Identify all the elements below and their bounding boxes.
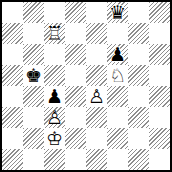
square-f1[interactable] bbox=[107, 149, 128, 170]
square-h2[interactable] bbox=[149, 128, 170, 149]
square-d3[interactable] bbox=[65, 107, 86, 128]
square-c7[interactable]: ♜♖ bbox=[44, 23, 65, 44]
square-g6[interactable] bbox=[128, 44, 149, 65]
square-b5[interactable]: ♚ bbox=[23, 65, 44, 86]
square-f7[interactable] bbox=[107, 23, 128, 44]
white-rook-piece[interactable]: ♜♖ bbox=[44, 23, 65, 44]
chess-diagram: ♛♜♖♟♚♞♘♟♟♙♟♙♚♔ bbox=[0, 0, 172, 172]
square-e8[interactable] bbox=[86, 2, 107, 23]
square-c2[interactable]: ♚♔ bbox=[44, 128, 65, 149]
square-d4[interactable] bbox=[65, 86, 86, 107]
square-e4[interactable]: ♟♙ bbox=[86, 86, 107, 107]
square-h3[interactable] bbox=[149, 107, 170, 128]
square-d8[interactable] bbox=[65, 2, 86, 23]
square-b7[interactable] bbox=[23, 23, 44, 44]
square-a1[interactable] bbox=[2, 149, 23, 170]
black-pawn-piece[interactable]: ♟ bbox=[107, 44, 128, 65]
square-d1[interactable] bbox=[65, 149, 86, 170]
square-g7[interactable] bbox=[128, 23, 149, 44]
white-knight-piece[interactable]: ♞♘ bbox=[107, 65, 128, 86]
square-e3[interactable] bbox=[86, 107, 107, 128]
square-f4[interactable] bbox=[107, 86, 128, 107]
square-e6[interactable] bbox=[86, 44, 107, 65]
square-h7[interactable] bbox=[149, 23, 170, 44]
white-pawn-piece[interactable]: ♟♙ bbox=[44, 107, 65, 128]
square-g5[interactable] bbox=[128, 65, 149, 86]
square-h4[interactable] bbox=[149, 86, 170, 107]
square-g2[interactable] bbox=[128, 128, 149, 149]
square-e5[interactable] bbox=[86, 65, 107, 86]
square-e7[interactable] bbox=[86, 23, 107, 44]
white-knight-outline: ♘ bbox=[107, 65, 128, 86]
square-c8[interactable] bbox=[44, 2, 65, 23]
black-pawn-glyph: ♟ bbox=[107, 44, 128, 65]
square-f6[interactable]: ♟ bbox=[107, 44, 128, 65]
square-b4[interactable] bbox=[23, 86, 44, 107]
square-g3[interactable] bbox=[128, 107, 149, 128]
square-a5[interactable] bbox=[2, 65, 23, 86]
square-g1[interactable] bbox=[128, 149, 149, 170]
square-b8[interactable] bbox=[23, 2, 44, 23]
square-a6[interactable] bbox=[2, 44, 23, 65]
white-pawn-outline: ♙ bbox=[86, 86, 107, 107]
square-h5[interactable] bbox=[149, 65, 170, 86]
square-h6[interactable] bbox=[149, 44, 170, 65]
square-a3[interactable] bbox=[2, 107, 23, 128]
square-c6[interactable] bbox=[44, 44, 65, 65]
white-pawn-outline: ♙ bbox=[44, 107, 65, 128]
black-king-piece[interactable]: ♚ bbox=[23, 65, 44, 86]
square-g4[interactable] bbox=[128, 86, 149, 107]
square-c1[interactable] bbox=[44, 149, 65, 170]
square-c4[interactable]: ♟ bbox=[44, 86, 65, 107]
square-e1[interactable] bbox=[86, 149, 107, 170]
square-d2[interactable] bbox=[65, 128, 86, 149]
black-queen-piece[interactable]: ♛ bbox=[107, 2, 128, 23]
square-c5[interactable] bbox=[44, 65, 65, 86]
white-king-outline: ♔ bbox=[44, 128, 65, 149]
black-king-glyph: ♚ bbox=[23, 65, 44, 86]
square-f3[interactable] bbox=[107, 107, 128, 128]
black-pawn-piece[interactable]: ♟ bbox=[44, 86, 65, 107]
chess-board: ♛♜♖♟♚♞♘♟♟♙♟♙♚♔ bbox=[0, 0, 172, 172]
black-pawn-glyph: ♟ bbox=[44, 86, 65, 107]
black-queen-glyph: ♛ bbox=[107, 2, 128, 23]
square-f2[interactable] bbox=[107, 128, 128, 149]
square-h1[interactable] bbox=[149, 149, 170, 170]
square-a4[interactable] bbox=[2, 86, 23, 107]
square-a2[interactable] bbox=[2, 128, 23, 149]
square-c3[interactable]: ♟♙ bbox=[44, 107, 65, 128]
square-b3[interactable] bbox=[23, 107, 44, 128]
white-rook-outline: ♖ bbox=[44, 23, 65, 44]
square-d6[interactable] bbox=[65, 44, 86, 65]
white-king-piece[interactable]: ♚♔ bbox=[44, 128, 65, 149]
square-b2[interactable] bbox=[23, 128, 44, 149]
square-b6[interactable] bbox=[23, 44, 44, 65]
square-f5[interactable]: ♞♘ bbox=[107, 65, 128, 86]
square-g8[interactable] bbox=[128, 2, 149, 23]
square-f8[interactable]: ♛ bbox=[107, 2, 128, 23]
square-a8[interactable] bbox=[2, 2, 23, 23]
square-d5[interactable] bbox=[65, 65, 86, 86]
square-b1[interactable] bbox=[23, 149, 44, 170]
square-e2[interactable] bbox=[86, 128, 107, 149]
white-pawn-piece[interactable]: ♟♙ bbox=[86, 86, 107, 107]
square-a7[interactable] bbox=[2, 23, 23, 44]
square-d7[interactable] bbox=[65, 23, 86, 44]
square-h8[interactable] bbox=[149, 2, 170, 23]
